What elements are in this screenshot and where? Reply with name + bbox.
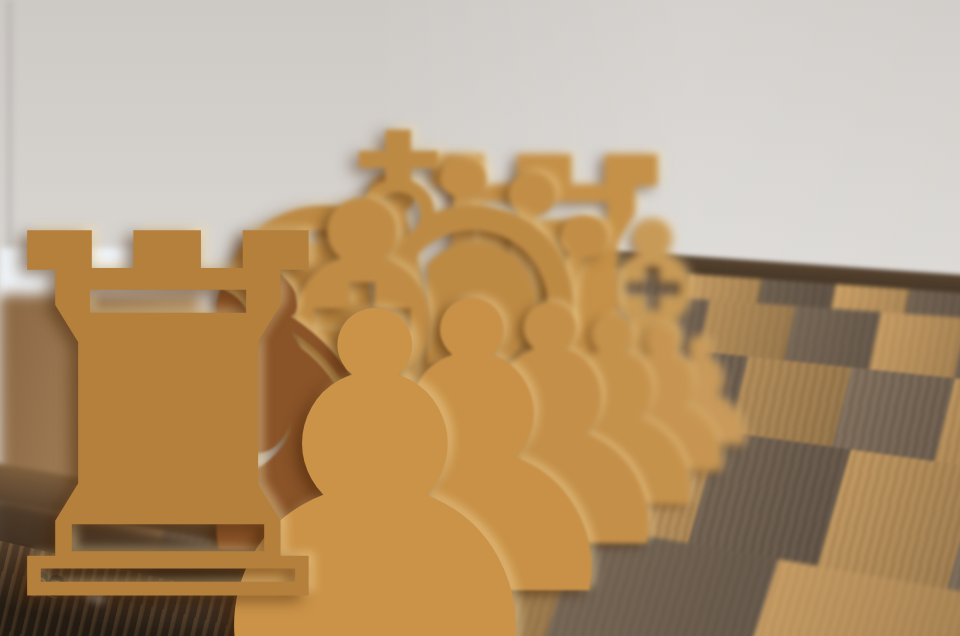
piece-white-rook-near: ♜ <box>0 172 418 636</box>
chess-photo-scene: 8 7 ♝♜♛♚♝♟♟♟♟♟♞♟♜ <box>0 0 960 636</box>
pieces-layer: ♝♜♛♚♝♟♟♟♟♟♞♟♜ <box>0 0 960 636</box>
